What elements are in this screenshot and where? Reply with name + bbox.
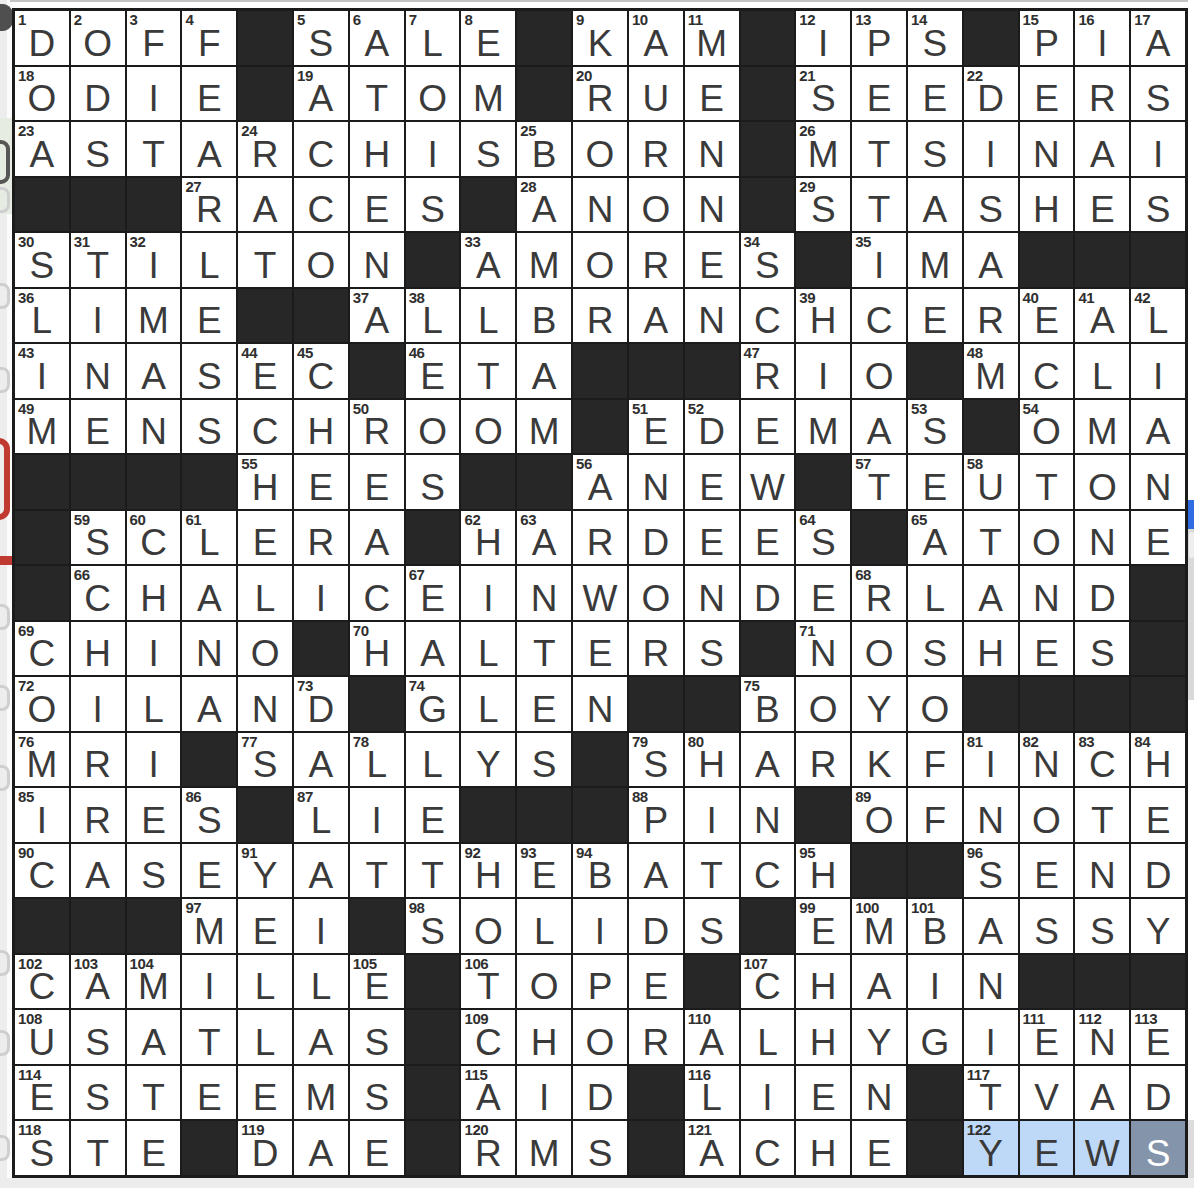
cell-r14c20[interactable]: 83C [1075, 733, 1129, 787]
cell-r13c5[interactable]: N [238, 677, 292, 731]
cell-r14c19[interactable]: 82N [1020, 733, 1074, 787]
cell-r2c21[interactable]: S [1131, 67, 1185, 121]
cell-r10c4[interactable]: 61L [182, 511, 236, 565]
cell-r12c4[interactable]: N [182, 622, 236, 676]
cell-r16c14[interactable]: C [741, 844, 795, 898]
cell-r4c19[interactable]: H [1020, 178, 1074, 232]
cell-r13c2[interactable]: I [71, 677, 125, 731]
cell-r10c7[interactable]: A [350, 511, 404, 565]
cell-r2c20[interactable]: R [1075, 67, 1129, 121]
cell-r18c17[interactable]: I [908, 955, 962, 1009]
cell-r11c5[interactable]: L [238, 566, 292, 620]
cell-r1c2[interactable]: 2O [71, 11, 125, 65]
cell-r13c15[interactable]: O [796, 677, 850, 731]
cell-r20c19[interactable]: V [1020, 1066, 1074, 1120]
cell-r1c20[interactable]: 16I [1075, 11, 1129, 65]
cell-r11c14[interactable]: D [741, 566, 795, 620]
cell-r7c2[interactable]: N [71, 344, 125, 398]
cell-r8c17[interactable]: 53S [908, 400, 962, 454]
cell-r10c3[interactable]: 60C [127, 511, 181, 565]
cell-r15c21[interactable]: E [1131, 788, 1185, 842]
cell-r19c3[interactable]: A [127, 1010, 181, 1064]
cell-r16c19[interactable]: E [1020, 844, 1074, 898]
cell-r7c6[interactable]: 45C [294, 344, 348, 398]
cell-r8c13[interactable]: 52D [685, 400, 739, 454]
cell-r19c7[interactable]: S [350, 1010, 404, 1064]
cell-r17c17[interactable]: 101B [908, 899, 962, 953]
cell-r14c16[interactable]: K [852, 733, 906, 787]
cell-r21c21[interactable]: S [1131, 1121, 1185, 1175]
cell-r11c9[interactable]: I [461, 566, 515, 620]
cell-r6c10[interactable]: B [517, 289, 571, 343]
cell-r15c4[interactable]: 86S [182, 788, 236, 842]
cell-r7c4[interactable]: S [182, 344, 236, 398]
cell-r14c15[interactable]: R [796, 733, 850, 787]
cell-r2c15[interactable]: 21S [796, 67, 850, 121]
cell-r18c10[interactable]: O [517, 955, 571, 1009]
cell-r6c3[interactable]: M [127, 289, 181, 343]
cell-r20c4[interactable]: E [182, 1066, 236, 1120]
cell-r10c20[interactable]: N [1075, 511, 1129, 565]
cell-r18c1[interactable]: 102C [15, 955, 69, 1009]
cell-r12c11[interactable]: E [573, 622, 627, 676]
cell-r18c15[interactable]: H [796, 955, 850, 1009]
cell-r9c21[interactable]: N [1131, 455, 1185, 509]
cell-r3c17[interactable]: S [908, 122, 962, 176]
cell-r18c6[interactable]: L [294, 955, 348, 1009]
cell-r13c1[interactable]: 72O [15, 677, 69, 731]
cell-r17c15[interactable]: 99E [796, 899, 850, 953]
cell-r6c9[interactable]: L [461, 289, 515, 343]
cell-r20c15[interactable]: E [796, 1066, 850, 1120]
cell-r11c18[interactable]: A [964, 566, 1018, 620]
cell-r1c1[interactable]: 1D [15, 11, 69, 65]
cell-r19c16[interactable]: Y [852, 1010, 906, 1064]
cell-r6c17[interactable]: E [908, 289, 962, 343]
cell-r12c3[interactable]: I [127, 622, 181, 676]
cell-r13c11[interactable]: N [573, 677, 627, 731]
cell-r16c9[interactable]: 92H [461, 844, 515, 898]
cell-r16c2[interactable]: A [71, 844, 125, 898]
cell-r20c2[interactable]: S [71, 1066, 125, 1120]
cell-r13c9[interactable]: L [461, 677, 515, 731]
cell-r17c5[interactable]: E [238, 899, 292, 953]
cell-r12c17[interactable]: S [908, 622, 962, 676]
cell-r13c14[interactable]: 75B [741, 677, 795, 731]
cell-r21c3[interactable]: E [127, 1121, 181, 1175]
cell-r2c6[interactable]: 19A [294, 67, 348, 121]
cell-r19c1[interactable]: 108U [15, 1010, 69, 1064]
cell-r15c14[interactable]: N [741, 788, 795, 842]
cell-r9c13[interactable]: E [685, 455, 739, 509]
cell-r5c18[interactable]: A [964, 233, 1018, 287]
cell-r2c4[interactable]: E [182, 67, 236, 121]
cell-r3c10[interactable]: 25B [517, 122, 571, 176]
cell-r10c2[interactable]: 59S [71, 511, 125, 565]
cell-r14c17[interactable]: F [908, 733, 962, 787]
cell-r20c1[interactable]: 114E [15, 1066, 69, 1120]
cell-r21c15[interactable]: H [796, 1121, 850, 1175]
cell-r7c3[interactable]: A [127, 344, 181, 398]
cell-r1c16[interactable]: 13P [852, 11, 906, 65]
cell-r20c21[interactable]: D [1131, 1066, 1185, 1120]
cell-r14c7[interactable]: 78L [350, 733, 404, 787]
cell-r12c12[interactable]: R [629, 622, 683, 676]
cell-r3c20[interactable]: A [1075, 122, 1129, 176]
cell-r16c3[interactable]: S [127, 844, 181, 898]
cell-r20c7[interactable]: S [350, 1066, 404, 1120]
cell-r8c7[interactable]: 50R [350, 400, 404, 454]
cell-r19c4[interactable]: T [182, 1010, 236, 1064]
cell-r5c5[interactable]: T [238, 233, 292, 287]
cell-r13c6[interactable]: 73D [294, 677, 348, 731]
cell-r2c16[interactable]: E [852, 67, 906, 121]
cell-r18c11[interactable]: P [573, 955, 627, 1009]
cell-r12c5[interactable]: O [238, 622, 292, 676]
cell-r3c3[interactable]: T [127, 122, 181, 176]
cell-r8c21[interactable]: A [1131, 400, 1185, 454]
cell-r11c16[interactable]: 68R [852, 566, 906, 620]
cell-r19c12[interactable]: R [629, 1010, 683, 1064]
cell-r5c12[interactable]: R [629, 233, 683, 287]
cell-r16c8[interactable]: T [406, 844, 460, 898]
cell-r16c6[interactable]: A [294, 844, 348, 898]
cell-r5c3[interactable]: 32I [127, 233, 181, 287]
cell-r6c4[interactable]: E [182, 289, 236, 343]
cell-r17c19[interactable]: S [1020, 899, 1074, 953]
cell-r6c7[interactable]: 37A [350, 289, 404, 343]
cell-r5c13[interactable]: E [685, 233, 739, 287]
cell-r6c21[interactable]: 42L [1131, 289, 1185, 343]
cell-r14c9[interactable]: Y [461, 733, 515, 787]
cell-r21c9[interactable]: 120R [461, 1121, 515, 1175]
cell-r5c4[interactable]: L [182, 233, 236, 287]
cell-r19c11[interactable]: O [573, 1010, 627, 1064]
cell-r6c16[interactable]: C [852, 289, 906, 343]
cell-r14c21[interactable]: 84H [1131, 733, 1185, 787]
cell-r13c17[interactable]: O [908, 677, 962, 731]
cell-r4c4[interactable]: 27R [182, 178, 236, 232]
cell-r15c2[interactable]: R [71, 788, 125, 842]
cell-r18c16[interactable]: A [852, 955, 906, 1009]
cell-r8c12[interactable]: 51E [629, 400, 683, 454]
cell-r16c10[interactable]: 93E [517, 844, 571, 898]
cell-r15c1[interactable]: 85I [15, 788, 69, 842]
cell-r3c8[interactable]: I [406, 122, 460, 176]
cell-r8c3[interactable]: N [127, 400, 181, 454]
cell-r9c5[interactable]: 55H [238, 455, 292, 509]
cell-r8c2[interactable]: E [71, 400, 125, 454]
cell-r8c6[interactable]: H [294, 400, 348, 454]
cell-r8c5[interactable]: C [238, 400, 292, 454]
cell-r18c14[interactable]: 107C [741, 955, 795, 1009]
cell-r5c14[interactable]: 34S [741, 233, 795, 287]
cell-r11c11[interactable]: W [573, 566, 627, 620]
cell-r6c12[interactable]: A [629, 289, 683, 343]
cell-r4c8[interactable]: S [406, 178, 460, 232]
cell-r3c11[interactable]: O [573, 122, 627, 176]
cell-r4c15[interactable]: 29S [796, 178, 850, 232]
cell-r19c14[interactable]: L [741, 1010, 795, 1064]
cell-r2c1[interactable]: 18O [15, 67, 69, 121]
cell-r8c15[interactable]: M [796, 400, 850, 454]
cell-r21c11[interactable]: S [573, 1121, 627, 1175]
cell-r14c3[interactable]: I [127, 733, 181, 787]
cell-r8c1[interactable]: 49M [15, 400, 69, 454]
cell-r3c19[interactable]: N [1020, 122, 1074, 176]
cell-r6c14[interactable]: C [741, 289, 795, 343]
cell-r19c20[interactable]: 112N [1075, 1010, 1129, 1064]
cell-r12c10[interactable]: T [517, 622, 571, 676]
cell-r18c3[interactable]: 104M [127, 955, 181, 1009]
cell-r1c19[interactable]: 15P [1020, 11, 1074, 65]
cell-r6c19[interactable]: 40E [1020, 289, 1074, 343]
cell-r9c8[interactable]: S [406, 455, 460, 509]
cell-r15c18[interactable]: N [964, 788, 1018, 842]
cell-r7c8[interactable]: 46E [406, 344, 460, 398]
cell-r21c10[interactable]: M [517, 1121, 571, 1175]
cell-r15c6[interactable]: 87L [294, 788, 348, 842]
cell-r7c18[interactable]: 48M [964, 344, 1018, 398]
cell-r14c5[interactable]: 77S [238, 733, 292, 787]
cell-r3c21[interactable]: I [1131, 122, 1185, 176]
cell-r5c2[interactable]: 31T [71, 233, 125, 287]
cell-r9c20[interactable]: O [1075, 455, 1129, 509]
scrollbar-thumb[interactable] [1189, 532, 1194, 558]
cell-r17c9[interactable]: O [461, 899, 515, 953]
cell-r5c6[interactable]: O [294, 233, 348, 287]
cell-r3c13[interactable]: N [685, 122, 739, 176]
cell-r20c3[interactable]: T [127, 1066, 181, 1120]
cell-r12c8[interactable]: A [406, 622, 460, 676]
cell-r14c13[interactable]: 80H [685, 733, 739, 787]
cell-r1c6[interactable]: 5S [294, 11, 348, 65]
cell-r3c16[interactable]: T [852, 122, 906, 176]
cell-r15c20[interactable]: T [1075, 788, 1129, 842]
cell-r16c1[interactable]: 90C [15, 844, 69, 898]
cell-r1c15[interactable]: 12I [796, 11, 850, 65]
cell-r13c3[interactable]: L [127, 677, 181, 731]
cell-r7c20[interactable]: L [1075, 344, 1129, 398]
cell-r14c10[interactable]: S [517, 733, 571, 787]
cell-r10c13[interactable]: E [685, 511, 739, 565]
cell-r13c8[interactable]: 74G [406, 677, 460, 731]
cell-r2c11[interactable]: 20R [573, 67, 627, 121]
cell-r10c21[interactable]: E [1131, 511, 1185, 565]
cell-r19c15[interactable]: H [796, 1010, 850, 1064]
cell-r3c4[interactable]: A [182, 122, 236, 176]
cell-r12c1[interactable]: 69C [15, 622, 69, 676]
cell-r3c15[interactable]: 26M [796, 122, 850, 176]
cell-r12c13[interactable]: S [685, 622, 739, 676]
cell-r8c8[interactable]: O [406, 400, 460, 454]
cell-r3c7[interactable]: H [350, 122, 404, 176]
cell-r3c5[interactable]: 24R [238, 122, 292, 176]
cell-r10c17[interactable]: 65A [908, 511, 962, 565]
cell-r2c12[interactable]: U [629, 67, 683, 121]
cell-r17c16[interactable]: 100M [852, 899, 906, 953]
cell-r12c7[interactable]: 70H [350, 622, 404, 676]
cell-r4c5[interactable]: A [238, 178, 292, 232]
cell-r20c10[interactable]: I [517, 1066, 571, 1120]
cell-r10c9[interactable]: 62H [461, 511, 515, 565]
cell-r11c7[interactable]: C [350, 566, 404, 620]
cell-r10c18[interactable]: T [964, 511, 1018, 565]
cell-r3c12[interactable]: R [629, 122, 683, 176]
cell-r16c4[interactable]: E [182, 844, 236, 898]
cell-r9c7[interactable]: E [350, 455, 404, 509]
cell-r18c2[interactable]: 103A [71, 955, 125, 1009]
cell-r6c1[interactable]: 36L [15, 289, 69, 343]
cell-r11c15[interactable]: E [796, 566, 850, 620]
cell-r1c21[interactable]: 17A [1131, 11, 1185, 65]
cell-r1c4[interactable]: 4F [182, 11, 236, 65]
cell-r11c4[interactable]: A [182, 566, 236, 620]
cell-r17c21[interactable]: Y [1131, 899, 1185, 953]
cell-r11c10[interactable]: N [517, 566, 571, 620]
cell-r11c2[interactable]: 66C [71, 566, 125, 620]
cell-r3c1[interactable]: 23A [15, 122, 69, 176]
cell-r2c8[interactable]: O [406, 67, 460, 121]
cell-r7c15[interactable]: I [796, 344, 850, 398]
cell-r9c17[interactable]: E [908, 455, 962, 509]
cell-r19c13[interactable]: 110A [685, 1010, 739, 1064]
cell-r12c15[interactable]: 71N [796, 622, 850, 676]
cell-r21c20[interactable]: W [1075, 1121, 1129, 1175]
cell-r19c18[interactable]: I [964, 1010, 1018, 1064]
cell-r18c12[interactable]: E [629, 955, 683, 1009]
cell-r9c18[interactable]: 58U [964, 455, 1018, 509]
cell-r9c16[interactable]: 57T [852, 455, 906, 509]
cell-r7c19[interactable]: C [1020, 344, 1074, 398]
cell-r21c18[interactable]: 122Y [964, 1121, 1018, 1175]
crossword-grid[interactable]: 1D2O3F4F5S6A7L8E9K10A11M12I13P14S15P16I1… [12, 8, 1188, 1178]
cell-r15c16[interactable]: 89O [852, 788, 906, 842]
cell-r6c2[interactable]: I [71, 289, 125, 343]
cell-r3c2[interactable]: S [71, 122, 125, 176]
cell-r11c13[interactable]: N [685, 566, 739, 620]
cell-r9c6[interactable]: E [294, 455, 348, 509]
cell-r17c8[interactable]: 98S [406, 899, 460, 953]
cell-r6c11[interactable]: R [573, 289, 627, 343]
cell-r15c7[interactable]: I [350, 788, 404, 842]
cell-r8c20[interactable]: M [1075, 400, 1129, 454]
cell-r20c5[interactable]: E [238, 1066, 292, 1120]
cell-r5c16[interactable]: 35I [852, 233, 906, 287]
cell-r1c8[interactable]: 7L [406, 11, 460, 65]
cell-r9c12[interactable]: N [629, 455, 683, 509]
cell-r21c1[interactable]: 118S [15, 1121, 69, 1175]
cell-r1c7[interactable]: 6A [350, 11, 404, 65]
cell-r5c7[interactable]: N [350, 233, 404, 287]
cell-r6c18[interactable]: R [964, 289, 1018, 343]
cell-r2c13[interactable]: E [685, 67, 739, 121]
cell-r21c2[interactable]: T [71, 1121, 125, 1175]
cell-r21c5[interactable]: 119D [238, 1121, 292, 1175]
cell-r15c8[interactable]: E [406, 788, 460, 842]
cell-r12c19[interactable]: E [1020, 622, 1074, 676]
cell-r12c9[interactable]: L [461, 622, 515, 676]
cell-r19c21[interactable]: 113E [1131, 1010, 1185, 1064]
cell-r12c20[interactable]: S [1075, 622, 1129, 676]
cell-r6c15[interactable]: 39H [796, 289, 850, 343]
cell-r21c13[interactable]: 121A [685, 1121, 739, 1175]
cell-r16c13[interactable]: T [685, 844, 739, 898]
cell-r4c17[interactable]: A [908, 178, 962, 232]
cell-r2c19[interactable]: E [1020, 67, 1074, 121]
cell-r3c6[interactable]: C [294, 122, 348, 176]
cell-r19c17[interactable]: G [908, 1010, 962, 1064]
cell-r1c13[interactable]: 11M [685, 11, 739, 65]
cell-r17c12[interactable]: D [629, 899, 683, 953]
cell-r7c9[interactable]: T [461, 344, 515, 398]
cell-r19c6[interactable]: A [294, 1010, 348, 1064]
cell-r20c13[interactable]: 116L [685, 1066, 739, 1120]
cell-r15c13[interactable]: I [685, 788, 739, 842]
cell-r20c16[interactable]: N [852, 1066, 906, 1120]
cell-r8c10[interactable]: M [517, 400, 571, 454]
cell-r4c18[interactable]: S [964, 178, 1018, 232]
cell-r7c5[interactable]: 44E [238, 344, 292, 398]
cell-r16c21[interactable]: D [1131, 844, 1185, 898]
cell-r19c9[interactable]: 109C [461, 1010, 515, 1064]
cell-r14c14[interactable]: A [741, 733, 795, 787]
cell-r7c1[interactable]: 43I [15, 344, 69, 398]
cell-r1c17[interactable]: 14S [908, 11, 962, 65]
cell-r19c10[interactable]: H [517, 1010, 571, 1064]
cell-r10c11[interactable]: R [573, 511, 627, 565]
cell-r19c5[interactable]: L [238, 1010, 292, 1064]
cell-r16c20[interactable]: N [1075, 844, 1129, 898]
cell-r21c14[interactable]: C [741, 1121, 795, 1175]
cell-r11c20[interactable]: D [1075, 566, 1129, 620]
cell-r4c12[interactable]: O [629, 178, 683, 232]
cell-r11c12[interactable]: O [629, 566, 683, 620]
cell-r16c11[interactable]: 94B [573, 844, 627, 898]
cell-r18c9[interactable]: 106T [461, 955, 515, 1009]
cell-r15c12[interactable]: 88P [629, 788, 683, 842]
cell-r8c9[interactable]: O [461, 400, 515, 454]
cell-r20c11[interactable]: D [573, 1066, 627, 1120]
cell-r2c3[interactable]: I [127, 67, 181, 121]
cell-r19c2[interactable]: S [71, 1010, 125, 1064]
cell-r20c14[interactable]: I [741, 1066, 795, 1120]
cell-r9c11[interactable]: 56A [573, 455, 627, 509]
cell-r5c17[interactable]: M [908, 233, 962, 287]
cell-r16c12[interactable]: A [629, 844, 683, 898]
cell-r4c21[interactable]: S [1131, 178, 1185, 232]
cell-r9c19[interactable]: T [1020, 455, 1074, 509]
cell-r7c21[interactable]: I [1131, 344, 1185, 398]
cell-r13c4[interactable]: A [182, 677, 236, 731]
cell-r4c11[interactable]: N [573, 178, 627, 232]
cell-r13c10[interactable]: E [517, 677, 571, 731]
cell-r17c6[interactable]: I [294, 899, 348, 953]
cell-r10c6[interactable]: R [294, 511, 348, 565]
cell-r4c13[interactable]: N [685, 178, 739, 232]
cell-r11c3[interactable]: H [127, 566, 181, 620]
cell-r6c20[interactable]: 41A [1075, 289, 1129, 343]
cell-r15c3[interactable]: E [127, 788, 181, 842]
cell-r11c17[interactable]: L [908, 566, 962, 620]
cell-r17c13[interactable]: S [685, 899, 739, 953]
cell-r20c9[interactable]: 115A [461, 1066, 515, 1120]
cell-r17c4[interactable]: 97M [182, 899, 236, 953]
cell-r16c5[interactable]: 91Y [238, 844, 292, 898]
cell-r1c11[interactable]: 9K [573, 11, 627, 65]
cell-r14c1[interactable]: 76M [15, 733, 69, 787]
cell-r7c10[interactable]: A [517, 344, 571, 398]
